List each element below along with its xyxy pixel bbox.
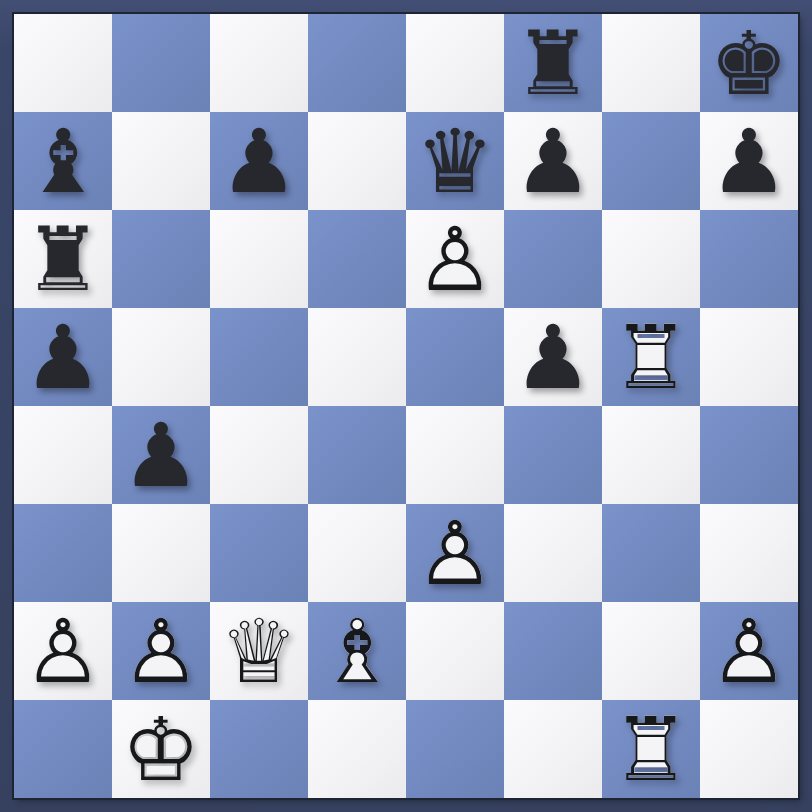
black-pawn-glyph: ♟ xyxy=(14,308,112,406)
black-queen[interactable]: ♛ xyxy=(406,112,504,210)
square-b6[interactable] xyxy=(112,210,210,308)
black-pawn-glyph: ♟ xyxy=(210,112,308,210)
square-a5[interactable]: ♟ xyxy=(14,308,112,406)
square-g8[interactable] xyxy=(602,14,700,112)
square-h6[interactable] xyxy=(700,210,798,308)
white-rook-outline: ♖ xyxy=(602,308,700,406)
square-c4[interactable] xyxy=(210,406,308,504)
square-a2[interactable]: ♟♙ xyxy=(14,602,112,700)
white-queen-outline: ♕ xyxy=(210,602,308,700)
square-a3[interactable] xyxy=(14,504,112,602)
square-f2[interactable] xyxy=(504,602,602,700)
square-a8[interactable] xyxy=(14,14,112,112)
black-rook-glyph: ♜ xyxy=(504,14,602,112)
black-pawn-glyph: ♟ xyxy=(504,308,602,406)
square-d5[interactable] xyxy=(308,308,406,406)
white-pawn-outline: ♙ xyxy=(406,210,504,308)
white-rook-outline: ♖ xyxy=(602,700,700,798)
black-rook[interactable]: ♜ xyxy=(504,14,602,112)
square-b1[interactable]: ♚♔ xyxy=(112,700,210,798)
white-pawn[interactable]: ♟♙ xyxy=(406,210,504,308)
black-pawn[interactable]: ♟ xyxy=(14,308,112,406)
square-g6[interactable] xyxy=(602,210,700,308)
white-pawn-outline: ♙ xyxy=(14,602,112,700)
black-pawn-glyph: ♟ xyxy=(700,112,798,210)
square-g3[interactable] xyxy=(602,504,700,602)
square-c8[interactable] xyxy=(210,14,308,112)
square-f1[interactable] xyxy=(504,700,602,798)
square-d3[interactable] xyxy=(308,504,406,602)
square-b7[interactable] xyxy=(112,112,210,210)
square-c6[interactable] xyxy=(210,210,308,308)
square-c7[interactable]: ♟ xyxy=(210,112,308,210)
black-bishop-glyph: ♝ xyxy=(14,112,112,210)
square-h8[interactable]: ♚ xyxy=(700,14,798,112)
white-bishop-outline: ♗ xyxy=(308,602,406,700)
chess-board: ♜♚♝♟♛♟♟♜♟♙♟♟♜♖♟♟♙♟♙♟♙♛♕♝♗♟♙♚♔♜♖ xyxy=(14,14,798,798)
black-rook-glyph: ♜ xyxy=(14,210,112,308)
square-h2[interactable]: ♟♙ xyxy=(700,602,798,700)
square-e6[interactable]: ♟♙ xyxy=(406,210,504,308)
square-f7[interactable]: ♟ xyxy=(504,112,602,210)
square-h7[interactable]: ♟ xyxy=(700,112,798,210)
white-pawn-outline: ♙ xyxy=(700,602,798,700)
black-pawn[interactable]: ♟ xyxy=(112,406,210,504)
square-e8[interactable] xyxy=(406,14,504,112)
square-d4[interactable] xyxy=(308,406,406,504)
black-pawn[interactable]: ♟ xyxy=(210,112,308,210)
white-pawn[interactable]: ♟♙ xyxy=(700,602,798,700)
square-a7[interactable]: ♝ xyxy=(14,112,112,210)
square-c1[interactable] xyxy=(210,700,308,798)
square-d2[interactable]: ♝♗ xyxy=(308,602,406,700)
square-e4[interactable] xyxy=(406,406,504,504)
square-h1[interactable] xyxy=(700,700,798,798)
square-f6[interactable] xyxy=(504,210,602,308)
square-a6[interactable]: ♜ xyxy=(14,210,112,308)
square-f4[interactable] xyxy=(504,406,602,504)
square-a1[interactable] xyxy=(14,700,112,798)
square-f3[interactable] xyxy=(504,504,602,602)
white-pawn[interactable]: ♟♙ xyxy=(112,602,210,700)
square-b5[interactable] xyxy=(112,308,210,406)
black-pawn-glyph: ♟ xyxy=(504,112,602,210)
white-rook[interactable]: ♜♖ xyxy=(602,700,700,798)
square-d8[interactable] xyxy=(308,14,406,112)
black-queen-glyph: ♛ xyxy=(406,112,504,210)
square-a4[interactable] xyxy=(14,406,112,504)
square-e7[interactable]: ♛ xyxy=(406,112,504,210)
square-g4[interactable] xyxy=(602,406,700,504)
white-pawn[interactable]: ♟♙ xyxy=(406,504,504,602)
square-h3[interactable] xyxy=(700,504,798,602)
white-pawn-outline: ♙ xyxy=(406,504,504,602)
square-g1[interactable]: ♜♖ xyxy=(602,700,700,798)
square-c3[interactable] xyxy=(210,504,308,602)
square-f8[interactable]: ♜ xyxy=(504,14,602,112)
square-b8[interactable] xyxy=(112,14,210,112)
black-pawn-glyph: ♟ xyxy=(112,406,210,504)
square-d6[interactable] xyxy=(308,210,406,308)
square-e2[interactable] xyxy=(406,602,504,700)
square-b3[interactable] xyxy=(112,504,210,602)
square-b2[interactable]: ♟♙ xyxy=(112,602,210,700)
square-h5[interactable] xyxy=(700,308,798,406)
square-g5[interactable]: ♜♖ xyxy=(602,308,700,406)
white-king[interactable]: ♚♔ xyxy=(112,700,210,798)
black-pawn[interactable]: ♟ xyxy=(700,112,798,210)
white-pawn-outline: ♙ xyxy=(112,602,210,700)
square-b4[interactable]: ♟ xyxy=(112,406,210,504)
square-e1[interactable] xyxy=(406,700,504,798)
black-pawn[interactable]: ♟ xyxy=(504,112,602,210)
square-g2[interactable] xyxy=(602,602,700,700)
square-d7[interactable] xyxy=(308,112,406,210)
white-queen[interactable]: ♛♕ xyxy=(210,602,308,700)
white-bishop[interactable]: ♝♗ xyxy=(308,602,406,700)
black-pawn[interactable]: ♟ xyxy=(504,308,602,406)
black-king-glyph: ♚ xyxy=(700,14,798,112)
square-c2[interactable]: ♛♕ xyxy=(210,602,308,700)
black-rook[interactable]: ♜ xyxy=(14,210,112,308)
square-e3[interactable]: ♟♙ xyxy=(406,504,504,602)
square-f5[interactable]: ♟ xyxy=(504,308,602,406)
white-rook[interactable]: ♜♖ xyxy=(602,308,700,406)
square-c5[interactable] xyxy=(210,308,308,406)
square-d1[interactable] xyxy=(308,700,406,798)
white-pawn[interactable]: ♟♙ xyxy=(14,602,112,700)
square-h4[interactable] xyxy=(700,406,798,504)
black-king[interactable]: ♚ xyxy=(700,14,798,112)
board-frame: ♜♚♝♟♛♟♟♜♟♙♟♟♜♖♟♟♙♟♙♟♙♛♕♝♗♟♙♚♔♜♖ xyxy=(0,0,812,812)
white-king-outline: ♔ xyxy=(112,700,210,798)
black-bishop[interactable]: ♝ xyxy=(14,112,112,210)
square-g7[interactable] xyxy=(602,112,700,210)
square-e5[interactable] xyxy=(406,308,504,406)
